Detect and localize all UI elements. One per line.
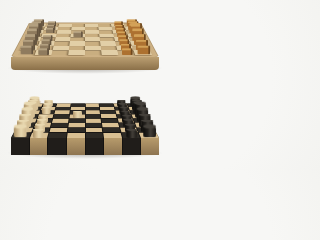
piece-white-pawn-f2	[45, 28, 54, 33]
square-d3	[55, 37, 71, 41]
square-a5	[85, 50, 102, 55]
piece-white-pawn-a2	[33, 129, 44, 137]
piece-white-rook-a1	[14, 126, 27, 137]
board-edge-block	[48, 138, 66, 155]
board-edge-block	[141, 138, 159, 155]
board-grid	[11, 104, 159, 138]
square-a7	[117, 50, 135, 55]
square-d4	[70, 37, 85, 41]
piece-white-pawn-e4	[72, 111, 81, 118]
square-a8	[134, 50, 153, 55]
chessboard-wood-colorway	[11, 23, 159, 57]
square-a2	[35, 50, 53, 55]
board-edge-block	[30, 138, 48, 155]
board-front-edge	[11, 57, 159, 70]
square-d5	[85, 37, 100, 41]
board-edge-block	[67, 138, 85, 155]
board-edge-block	[11, 138, 29, 155]
render-scene	[0, 0, 170, 170]
square-e4	[70, 34, 85, 38]
piece-black-rook-a8	[143, 126, 156, 137]
square-b5	[85, 128, 102, 133]
square-b4	[68, 128, 85, 133]
board-grid	[18, 24, 152, 56]
square-b3	[50, 128, 68, 133]
piece-black-pawn-a7	[121, 48, 132, 54]
piece-white-pawn-a2	[38, 48, 49, 54]
piece-black-pawn-a7	[126, 129, 137, 137]
square-d6	[100, 37, 116, 41]
chessboard-black-colorway	[11, 104, 159, 138]
board-edge-block	[123, 138, 141, 155]
board-front-edge	[11, 138, 159, 155]
board-edge-block	[104, 138, 122, 155]
square-a4	[68, 50, 85, 55]
piece-white-pawn-e4	[73, 31, 82, 37]
square-b6	[103, 128, 121, 133]
piece-black-rook-a8	[137, 46, 150, 55]
board-edge-block	[86, 138, 104, 155]
square-a6	[101, 50, 118, 55]
square-a3	[51, 50, 68, 55]
piece-white-rook-a1	[20, 46, 33, 55]
